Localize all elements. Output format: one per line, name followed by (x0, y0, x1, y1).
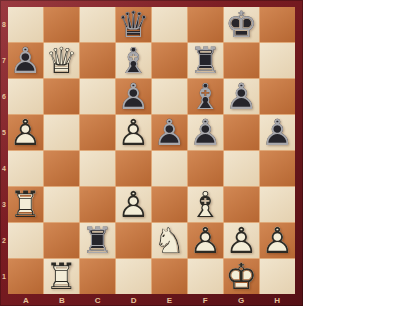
file-label-e: E (152, 294, 188, 306)
piece-outline-glyph: ♕ (116, 7, 151, 42)
piece-outline-glyph: ♙ (260, 223, 295, 258)
square-f2[interactable]: ♟♙ (188, 223, 223, 258)
piece-outline-glyph: ♙ (116, 187, 151, 222)
square-f7[interactable]: ♜♖ (188, 43, 223, 78)
square-h3[interactable] (260, 187, 295, 222)
rank-label-3: 3 (0, 186, 8, 222)
square-a4[interactable] (8, 151, 43, 186)
piece-outline-glyph: ♙ (116, 115, 151, 150)
file-label-f: F (187, 294, 223, 306)
file-label-h: H (259, 294, 295, 306)
square-e3[interactable] (152, 187, 187, 222)
square-a1[interactable] (8, 259, 43, 294)
square-b7[interactable]: ♛♕ (44, 43, 79, 78)
square-b4[interactable] (44, 151, 79, 186)
square-g4[interactable] (224, 151, 259, 186)
board-frame: 87654321 ♛♕♚♔♟♙♛♕♝♗♜♖♟♙♝♗♟♙♟♙♟♙♟♙♟♙♟♙♜♖♟… (0, 0, 303, 306)
square-b2[interactable] (44, 223, 79, 258)
square-g2[interactable]: ♟♙ (224, 223, 259, 258)
black-pawn-g6[interactable]: ♟♙ (224, 79, 259, 114)
square-f6[interactable]: ♝♗ (188, 79, 223, 114)
square-g7[interactable] (224, 43, 259, 78)
square-g1[interactable]: ♚♔ (224, 259, 259, 294)
square-a5[interactable]: ♟♙ (8, 115, 43, 150)
square-g6[interactable]: ♟♙ (224, 79, 259, 114)
square-d1[interactable] (116, 259, 151, 294)
white-pawn-h2[interactable]: ♟♙ (260, 223, 295, 258)
square-b1[interactable]: ♜♖ (44, 259, 79, 294)
square-c7[interactable] (80, 43, 115, 78)
piece-outline-glyph: ♙ (8, 115, 43, 150)
square-f3[interactable]: ♝♗ (188, 187, 223, 222)
piece-outline-glyph: ♙ (224, 223, 259, 258)
square-a6[interactable] (8, 79, 43, 114)
piece-outline-glyph: ♗ (188, 187, 223, 222)
square-c6[interactable] (80, 79, 115, 114)
white-pawn-d3[interactable]: ♟♙ (116, 187, 151, 222)
square-d8[interactable]: ♛♕ (116, 7, 151, 42)
black-queen-d8[interactable]: ♛♕ (116, 7, 151, 42)
square-a3[interactable]: ♜♖ (8, 187, 43, 222)
square-d4[interactable] (116, 151, 151, 186)
piece-outline-glyph: ♙ (224, 79, 259, 114)
square-c5[interactable] (80, 115, 115, 150)
rank-label-8: 8 (0, 7, 8, 43)
file-label-a: A (8, 294, 44, 306)
square-h2[interactable]: ♟♙ (260, 223, 295, 258)
white-pawn-f2[interactable]: ♟♙ (188, 223, 223, 258)
black-pawn-h5[interactable]: ♟♙ (260, 115, 295, 150)
square-c1[interactable] (80, 259, 115, 294)
rank-labels: 87654321 (0, 7, 8, 294)
square-d6[interactable]: ♟♙ (116, 79, 151, 114)
file-label-c: C (80, 294, 116, 306)
black-rook-f7[interactable]: ♜♖ (188, 43, 223, 78)
square-h7[interactable] (260, 43, 295, 78)
square-h1[interactable] (260, 259, 295, 294)
white-pawn-d5[interactable]: ♟♙ (116, 115, 151, 150)
rank-label-5: 5 (0, 115, 8, 151)
black-pawn-d6[interactable]: ♟♙ (116, 79, 151, 114)
piece-outline-glyph: ♗ (116, 43, 151, 78)
square-e8[interactable] (152, 7, 187, 42)
square-c8[interactable] (80, 7, 115, 42)
square-h5[interactable]: ♟♙ (260, 115, 295, 150)
square-b3[interactable] (44, 187, 79, 222)
square-h4[interactable] (260, 151, 295, 186)
square-d3[interactable]: ♟♙ (116, 187, 151, 222)
square-h6[interactable] (260, 79, 295, 114)
square-b6[interactable] (44, 79, 79, 114)
piece-outline-glyph: ♗ (188, 79, 223, 114)
piece-outline-glyph: ♖ (80, 223, 115, 258)
black-pawn-e5[interactable]: ♟♙ (152, 115, 187, 150)
piece-outline-glyph: ♙ (188, 223, 223, 258)
rank-label-7: 7 (0, 43, 8, 79)
square-d2[interactable] (116, 223, 151, 258)
file-label-d: D (116, 294, 152, 306)
black-pawn-a7[interactable]: ♟♙ (8, 43, 43, 78)
board-grid: ♛♕♚♔♟♙♛♕♝♗♜♖♟♙♝♗♟♙♟♙♟♙♟♙♟♙♟♙♜♖♟♙♝♗♜♖♞♘♟♙… (8, 7, 295, 294)
black-king-g8[interactable]: ♚♔ (224, 7, 259, 42)
square-b8[interactable] (44, 7, 79, 42)
file-label-b: B (44, 294, 80, 306)
square-c4[interactable] (80, 151, 115, 186)
chess-diagram: 87654321 ♛♕♚♔♟♙♛♕♝♗♜♖♟♙♝♗♟♙♟♙♟♙♟♙♟♙♟♙♜♖♟… (0, 0, 414, 311)
white-pawn-g2[interactable]: ♟♙ (224, 223, 259, 258)
square-f8[interactable] (188, 7, 223, 42)
square-f5[interactable]: ♟♙ (188, 115, 223, 150)
square-a8[interactable] (8, 7, 43, 42)
square-f4[interactable] (188, 151, 223, 186)
square-f1[interactable] (188, 259, 223, 294)
square-e5[interactable]: ♟♙ (152, 115, 187, 150)
square-c3[interactable] (80, 187, 115, 222)
white-pawn-a5[interactable]: ♟♙ (8, 115, 43, 150)
square-d5[interactable]: ♟♙ (116, 115, 151, 150)
rank-label-1: 1 (0, 258, 8, 294)
square-e6[interactable] (152, 79, 187, 114)
square-e7[interactable] (152, 43, 187, 78)
white-bishop-f3[interactable]: ♝♗ (188, 187, 223, 222)
black-pawn-f5[interactable]: ♟♙ (188, 115, 223, 150)
square-g5[interactable] (224, 115, 259, 150)
square-h8[interactable] (260, 7, 295, 42)
piece-outline-glyph: ♙ (116, 79, 151, 114)
square-g8[interactable]: ♚♔ (224, 7, 259, 42)
piece-outline-glyph: ♙ (260, 115, 295, 150)
black-bishop-f6[interactable]: ♝♗ (188, 79, 223, 114)
piece-outline-glyph: ♔ (224, 7, 259, 42)
white-knight-e2[interactable]: ♞♘ (152, 223, 187, 258)
square-g3[interactable] (224, 187, 259, 222)
square-a7[interactable]: ♟♙ (8, 43, 43, 78)
white-rook-a3[interactable]: ♜♖ (8, 187, 43, 222)
piece-outline-glyph: ♔ (224, 259, 259, 294)
square-e1[interactable] (152, 259, 187, 294)
square-e2[interactable]: ♞♘ (152, 223, 187, 258)
square-a2[interactable] (8, 223, 43, 258)
black-bishop-d7[interactable]: ♝♗ (116, 43, 151, 78)
white-rook-b1[interactable]: ♜♖ (44, 259, 79, 294)
rank-label-2: 2 (0, 222, 8, 258)
white-queen-b7[interactable]: ♛♕ (44, 43, 79, 78)
square-e4[interactable] (152, 151, 187, 186)
piece-outline-glyph: ♖ (44, 259, 79, 294)
file-label-g: G (223, 294, 259, 306)
square-d7[interactable]: ♝♗ (116, 43, 151, 78)
white-king-g1[interactable]: ♚♔ (224, 259, 259, 294)
piece-outline-glyph: ♖ (188, 43, 223, 78)
piece-outline-glyph: ♙ (152, 115, 187, 150)
rank-label-4: 4 (0, 151, 8, 187)
piece-outline-glyph: ♙ (188, 115, 223, 150)
black-rook-c2[interactable]: ♜♖ (80, 223, 115, 258)
piece-outline-glyph: ♖ (8, 187, 43, 222)
square-b5[interactable] (44, 115, 79, 150)
piece-outline-glyph: ♘ (152, 223, 187, 258)
rank-label-6: 6 (0, 79, 8, 115)
piece-outline-glyph: ♕ (44, 43, 79, 78)
file-labels: ABCDEFGH (8, 294, 295, 306)
piece-outline-glyph: ♙ (8, 43, 43, 78)
square-c2[interactable]: ♜♖ (80, 223, 115, 258)
